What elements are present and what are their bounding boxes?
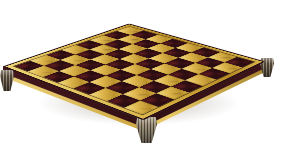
piece-gold-knight-b8: ♞	[150, 100, 174, 101]
piece-gold-bishop-f8: ♝	[207, 74, 229, 75]
piece-gold-rook-h8: ♜	[233, 62, 254, 63]
chess-board: ♜♞♝♛♚♝♞♜♟♟♟♟♟♟♟♟♟♟♟♟♟♟♟♟♜♞♝♛♚♝♞♜	[3, 24, 266, 121]
square-g8: ♞	[212, 62, 242, 73]
piece-gold-rook-a8: ♜	[133, 108, 158, 109]
board-grid: ♜♞♝♛♚♝♞♜♟♟♟♟♟♟♟♟♟♟♟♟♟♟♟♟♜♞♝♛♚♝♞♜	[14, 27, 254, 115]
rook-icon: ♜	[237, 49, 250, 63]
piece-gold-bishop-c8: ♝	[165, 93, 188, 94]
square-g5	[162, 48, 191, 58]
board-perspective-scene: ♜♞♝♛♚♝♞♜♟♟♟♟♟♟♟♟♟♟♟♟♟♟♟♟♜♞♝♛♚♝♞♜	[0, 0, 290, 146]
pawn-icon: ♟	[142, 25, 153, 36]
rook-icon: ♜	[127, 19, 139, 32]
piece-gold-queen-d8: ♛	[180, 87, 203, 88]
piece-gold-king-e8: ♚	[194, 80, 217, 81]
pawn-icon: ♟	[220, 46, 231, 58]
piece-gold-knight-g8: ♞	[220, 68, 242, 69]
chess-set-photo: ♜♞♝♛♚♝♞♜♟♟♟♟♟♟♟♟♟♟♟♟♟♟♟♟♜♞♝♛♚♝♞♜	[0, 0, 290, 146]
